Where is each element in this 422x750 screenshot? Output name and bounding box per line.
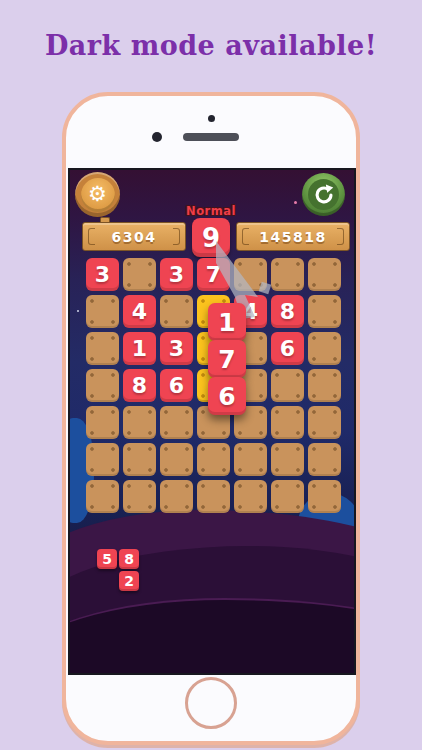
grid-cell-r5c7[interactable] xyxy=(308,406,341,439)
floating-piece[interactable]: 176 xyxy=(208,303,246,414)
grid-cell-r4c1[interactable] xyxy=(86,369,119,402)
grid-cell-r3c1[interactable] xyxy=(86,332,119,365)
grid-cell-r3c7[interactable] xyxy=(308,332,341,365)
grid-cell-r7c4[interactable] xyxy=(197,480,230,513)
grid-cell-r6c2[interactable] xyxy=(123,443,156,476)
grid-cell-r4c2[interactable]: 8 xyxy=(123,369,156,402)
tray-tile-8[interactable]: 8 xyxy=(119,549,139,569)
tray-piece[interactable]: 582 xyxy=(97,549,141,593)
grid-cell-r5c6[interactable] xyxy=(271,406,304,439)
grid-cell-r2c7[interactable] xyxy=(308,295,341,328)
grid-cell-r6c6[interactable] xyxy=(271,443,304,476)
game-screen: ⚙ Normal 6304 9 145818 33744813686 176 5… xyxy=(68,168,356,675)
star-dot xyxy=(77,310,79,312)
tray-tile-2[interactable]: 2 xyxy=(119,571,139,591)
grid-cell-r3c3[interactable]: 3 xyxy=(160,332,193,365)
grid-cell-r7c5[interactable] xyxy=(234,480,267,513)
star-dot xyxy=(294,201,297,204)
floating-tile-1[interactable]: 1 xyxy=(208,303,246,341)
grid-cell-r1c3[interactable]: 3 xyxy=(160,258,193,291)
floating-tile-2[interactable]: 7 xyxy=(208,340,246,378)
restart-button[interactable] xyxy=(302,173,345,216)
grid-cell-r6c7[interactable] xyxy=(308,443,341,476)
tray-tile-5[interactable]: 5 xyxy=(97,549,117,569)
marketing-screenshot: Dark mode available! ⚙ Normal 6304 xyxy=(0,0,422,750)
grid-cell-r7c3[interactable] xyxy=(160,480,193,513)
grid-cell-r5c3[interactable] xyxy=(160,406,193,439)
grid-cell-r2c3[interactable] xyxy=(160,295,193,328)
grid-cell-r4c3[interactable]: 6 xyxy=(160,369,193,402)
grid-cell-r1c7[interactable] xyxy=(308,258,341,291)
grid-cell-r4c7[interactable] xyxy=(308,369,341,402)
grid-cell-r1c1[interactable]: 3 xyxy=(86,258,119,291)
gear-icon: ⚙ xyxy=(81,178,115,212)
grid-cell-r4c6[interactable] xyxy=(271,369,304,402)
front-camera xyxy=(152,132,162,142)
grid-cell-r7c1[interactable] xyxy=(86,480,119,513)
page-title: Dark mode available! xyxy=(0,30,422,61)
grid-cell-r6c4[interactable] xyxy=(197,443,230,476)
grid-cell-r1c2[interactable] xyxy=(123,258,156,291)
grid-cell-r6c3[interactable] xyxy=(160,443,193,476)
grid-cell-r2c1[interactable] xyxy=(86,295,119,328)
grid-cell-r5c2[interactable] xyxy=(123,406,156,439)
settings-button[interactable]: ⚙ xyxy=(75,172,120,217)
grid-cell-r7c6[interactable] xyxy=(271,480,304,513)
grid-cell-r6c5[interactable] xyxy=(234,443,267,476)
grid-cell-r5c1[interactable] xyxy=(86,406,119,439)
proximity-sensor-dot xyxy=(208,115,215,122)
grid-cell-r2c2[interactable]: 4 xyxy=(123,295,156,328)
grid-cell-r3c2[interactable]: 1 xyxy=(123,332,156,365)
score-banner-left: 6304 xyxy=(82,222,186,251)
floating-tile-3[interactable]: 6 xyxy=(208,377,246,415)
refresh-icon xyxy=(308,179,339,210)
purple-wave-front xyxy=(68,598,356,675)
difficulty-label: Normal xyxy=(161,204,261,218)
grid-cell-r7c7[interactable] xyxy=(308,480,341,513)
grid-cell-r7c2[interactable] xyxy=(123,480,156,513)
home-button xyxy=(185,677,237,729)
grid-cell-r6c1[interactable] xyxy=(86,443,119,476)
earpiece-speaker xyxy=(183,133,239,141)
grid-cell-r3c6[interactable]: 6 xyxy=(271,332,304,365)
